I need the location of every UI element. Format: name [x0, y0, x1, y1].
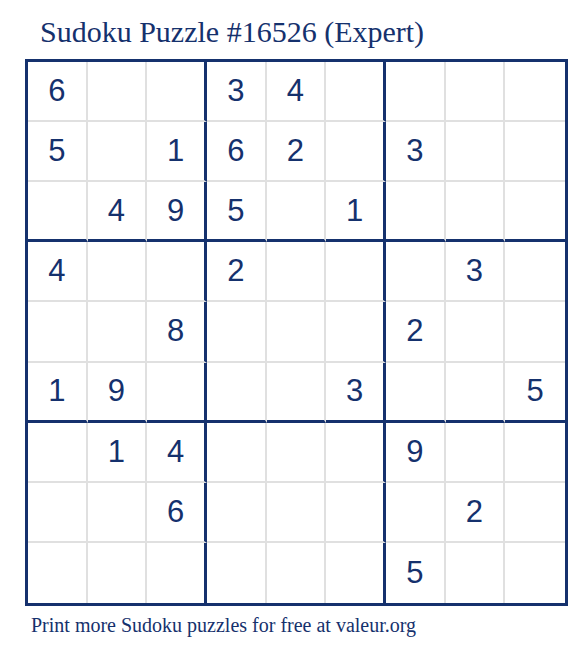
cell-r9c8[interactable]	[446, 543, 506, 603]
given-digit: 6	[167, 494, 184, 530]
cell-r3c2[interactable]: 4	[88, 182, 148, 242]
cell-r4c4[interactable]: 2	[207, 242, 267, 302]
cell-r2c3[interactable]: 1	[147, 122, 207, 182]
given-digit: 1	[167, 133, 184, 169]
cell-r7c9[interactable]	[505, 423, 565, 483]
cell-r6c7[interactable]	[386, 363, 446, 423]
cell-r7c2[interactable]: 1	[88, 423, 148, 483]
given-digit: 2	[227, 253, 244, 289]
cell-r2c7[interactable]: 3	[386, 122, 446, 182]
cell-r7c7[interactable]: 9	[386, 423, 446, 483]
cell-r2c5[interactable]: 2	[267, 122, 327, 182]
given-digit: 4	[167, 434, 184, 470]
cell-r3c7[interactable]	[386, 182, 446, 242]
given-digit: 5	[48, 133, 65, 169]
cell-r3c3[interactable]: 9	[147, 182, 207, 242]
cell-r7c5[interactable]	[267, 423, 327, 483]
cell-r1c1[interactable]: 6	[28, 62, 88, 122]
cell-r5c2[interactable]	[88, 302, 148, 362]
cell-r1c8[interactable]	[446, 62, 506, 122]
given-digit: 8	[167, 313, 184, 349]
cell-r3c4[interactable]: 5	[207, 182, 267, 242]
cell-r6c6[interactable]: 3	[326, 363, 386, 423]
cell-r5c3[interactable]: 8	[147, 302, 207, 362]
cell-r7c1[interactable]	[28, 423, 88, 483]
given-digit: 1	[346, 193, 363, 229]
cell-r6c1[interactable]: 1	[28, 363, 88, 423]
given-digit: 6	[48, 73, 65, 109]
cell-r6c4[interactable]	[207, 363, 267, 423]
cell-r8c2[interactable]	[88, 483, 148, 543]
cell-r4c1[interactable]: 4	[28, 242, 88, 302]
cell-r1c5[interactable]: 4	[267, 62, 327, 122]
cell-r3c8[interactable]	[446, 182, 506, 242]
given-digit: 4	[48, 253, 65, 289]
cell-r9c1[interactable]	[28, 543, 88, 603]
cell-r6c5[interactable]	[267, 363, 327, 423]
cell-r8c9[interactable]	[505, 483, 565, 543]
cell-r5c7[interactable]: 2	[386, 302, 446, 362]
cell-r1c3[interactable]	[147, 62, 207, 122]
given-digit: 5	[527, 373, 544, 409]
cell-r9c6[interactable]	[326, 543, 386, 603]
cell-r1c7[interactable]	[386, 62, 446, 122]
cell-r4c7[interactable]	[386, 242, 446, 302]
cell-r8c3[interactable]: 6	[147, 483, 207, 543]
given-digit: 5	[227, 193, 244, 229]
cell-r1c4[interactable]: 3	[207, 62, 267, 122]
cell-r2c2[interactable]	[88, 122, 148, 182]
sudoku-board: 634516234951423821935149625	[25, 59, 568, 606]
cell-r6c9[interactable]: 5	[505, 363, 565, 423]
given-digit: 2	[406, 313, 423, 349]
cell-r9c2[interactable]	[88, 543, 148, 603]
given-digit: 4	[287, 73, 304, 109]
cell-r7c8[interactable]	[446, 423, 506, 483]
cell-r4c2[interactable]	[88, 242, 148, 302]
cell-r8c6[interactable]	[326, 483, 386, 543]
footer-text: Print more Sudoku puzzles for free at va…	[31, 613, 416, 637]
given-digit: 4	[108, 193, 125, 229]
given-digit: 3	[466, 253, 483, 289]
cell-r5c6[interactable]	[326, 302, 386, 362]
given-digit: 5	[406, 555, 423, 591]
cell-r8c8[interactable]: 2	[446, 483, 506, 543]
cell-r8c5[interactable]	[267, 483, 327, 543]
cell-r2c8[interactable]	[446, 122, 506, 182]
cell-r4c5[interactable]	[267, 242, 327, 302]
cell-r3c1[interactable]	[28, 182, 88, 242]
cell-r2c9[interactable]	[505, 122, 565, 182]
cell-r1c2[interactable]	[88, 62, 148, 122]
given-digit: 3	[227, 73, 244, 109]
cell-r3c9[interactable]	[505, 182, 565, 242]
cell-r2c4[interactable]: 6	[207, 122, 267, 182]
cell-r2c1[interactable]: 5	[28, 122, 88, 182]
cell-r5c5[interactable]	[267, 302, 327, 362]
given-digit: 3	[346, 373, 363, 409]
given-digit: 2	[466, 494, 483, 530]
cell-r4c9[interactable]	[505, 242, 565, 302]
cell-r9c7[interactable]: 5	[386, 543, 446, 603]
given-digit: 2	[287, 133, 304, 169]
cell-r8c1[interactable]	[28, 483, 88, 543]
cell-r1c6[interactable]	[326, 62, 386, 122]
cell-r9c4[interactable]	[207, 543, 267, 603]
cell-r9c9[interactable]	[505, 543, 565, 603]
cell-r8c7[interactable]	[386, 483, 446, 543]
cell-r4c6[interactable]	[326, 242, 386, 302]
cell-r2c6[interactable]	[326, 122, 386, 182]
cell-r8c4[interactable]	[207, 483, 267, 543]
given-digit: 9	[406, 434, 423, 470]
cell-r5c8[interactable]	[446, 302, 506, 362]
cell-r3c6[interactable]: 1	[326, 182, 386, 242]
cell-r9c3[interactable]	[147, 543, 207, 603]
cell-r4c8[interactable]: 3	[446, 242, 506, 302]
cell-r3c5[interactable]	[267, 182, 327, 242]
cell-r5c1[interactable]	[28, 302, 88, 362]
cell-r7c6[interactable]	[326, 423, 386, 483]
cell-r9c5[interactable]	[267, 543, 327, 603]
given-digit: 9	[108, 373, 125, 409]
cell-r6c3[interactable]	[147, 363, 207, 423]
cell-r6c2[interactable]: 9	[88, 363, 148, 423]
given-digit: 6	[227, 133, 244, 169]
cell-r7c3[interactable]: 4	[147, 423, 207, 483]
given-digit: 1	[108, 434, 125, 470]
cell-r6c8[interactable]	[446, 363, 506, 423]
given-digit: 9	[167, 193, 184, 229]
cell-r5c9[interactable]	[505, 302, 565, 362]
given-digit: 3	[406, 133, 423, 169]
cell-r7c4[interactable]	[207, 423, 267, 483]
cell-r5c4[interactable]	[207, 302, 267, 362]
cell-r4c3[interactable]	[147, 242, 207, 302]
given-digit: 1	[48, 373, 65, 409]
cell-r1c9[interactable]	[505, 62, 565, 122]
page-title: Sudoku Puzzle #16526 (Expert)	[40, 15, 424, 49]
